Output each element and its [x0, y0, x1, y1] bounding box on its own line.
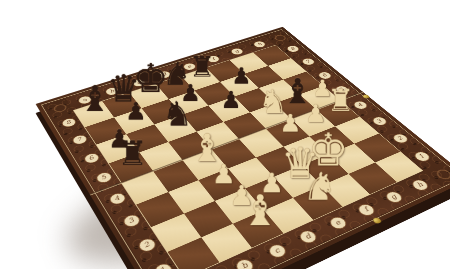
product-photo: aa88bb77cc66dd55ee44ff33gg22hh11 ♝♛♚♞♜♟♟… [0, 0, 450, 269]
scene: aa88bb77cc66dd55ee44ff33gg22hh11 ♝♛♚♞♜♟♟… [0, 0, 450, 269]
piece-black-rook-a5[interactable]: ♜ [109, 137, 156, 170]
piece-white-bishop-c1[interactable]: ♝ [235, 189, 287, 231]
piece-black-pawn-f7[interactable]: ♟ [221, 64, 262, 86]
piece-black-pawn-b7[interactable]: ♟ [114, 99, 157, 123]
piece-black-knight-c6[interactable]: ♞ [155, 96, 199, 130]
piece-black-pawn-e6[interactable]: ♟ [210, 87, 253, 110]
piece-white-knight-e1[interactable]: ♞ [295, 167, 345, 205]
chess-board: aa88bb77cc66dd55ee44ff33gg22hh11 ♝♛♚♞♜♟♟… [36, 26, 450, 269]
